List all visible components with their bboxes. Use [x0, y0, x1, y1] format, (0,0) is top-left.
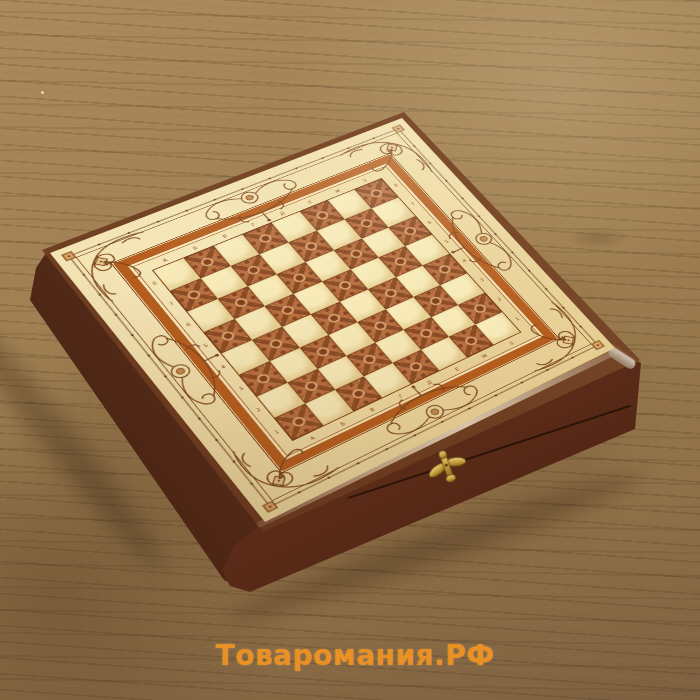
file-label-bottom: Б [339, 421, 347, 427]
file-label-bottom: Г [398, 393, 405, 399]
watermark: Товаромания.РФ [216, 639, 495, 672]
file-label-bottom: Ж [480, 353, 489, 360]
rank-label-right: 2 [496, 297, 503, 302]
rank-label-right: 4 [461, 258, 468, 263]
rank-label-right: 5 [444, 239, 451, 244]
rank-label-right: 6 [426, 220, 433, 225]
rank-label-left: 7 [168, 301, 175, 307]
file-label-top: А [162, 257, 169, 263]
rank-label-left: 1 [273, 429, 280, 435]
rank-label-right: 3 [478, 277, 485, 282]
file-label-bottom: В [369, 407, 377, 413]
file-label-top: Б [192, 245, 199, 251]
file-label-top: Г [251, 222, 258, 227]
rank-label-left: 8 [151, 280, 159, 286]
rank-label-left: 5 [202, 343, 209, 349]
table-speck [41, 91, 44, 94]
rank-label-left: 6 [185, 321, 193, 327]
rank-label-left: 4 [220, 364, 228, 370]
rank-label-right: 1 [514, 316, 521, 321]
file-label-bottom: Е [454, 366, 461, 372]
rank-label-left: 2 [255, 407, 262, 413]
file-label-bottom: Д [426, 380, 434, 386]
file-label-top: Д [279, 211, 286, 216]
file-label-top: Е [307, 200, 314, 205]
file-label-top: З [362, 178, 369, 183]
file-label-top: Ж [334, 188, 343, 194]
photo-scene: ААББВВГГДДЕЕЖЖЗЗ8877665544332211 Товаром… [0, 0, 700, 700]
file-label-top: В [221, 234, 228, 240]
file-label-bottom: А [309, 435, 317, 441]
rank-label-right: 8 [393, 183, 400, 188]
rank-label-left: 3 [237, 385, 244, 391]
file-label-bottom: З [508, 340, 515, 346]
rank-label-right: 7 [409, 201, 415, 206]
